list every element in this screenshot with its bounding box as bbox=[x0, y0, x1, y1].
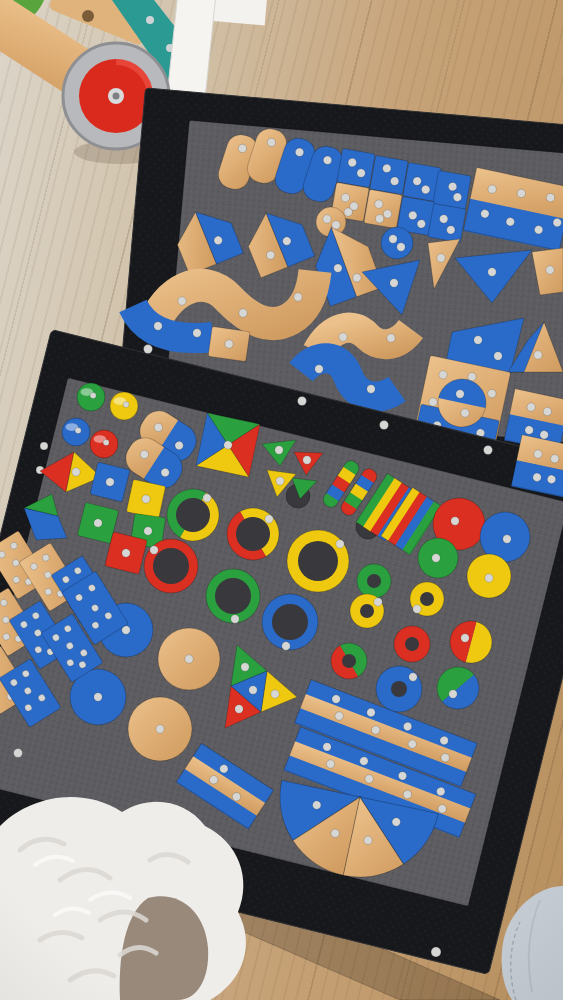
disc-wood-2 bbox=[128, 697, 192, 761]
ball-yellow bbox=[110, 392, 138, 420]
donut-blue bbox=[376, 666, 422, 712]
ball-blue bbox=[62, 418, 90, 446]
ring-red bbox=[144, 539, 198, 593]
photo bbox=[0, 0, 563, 1000]
ring-yellow-big bbox=[287, 530, 349, 592]
cube-wood-2 bbox=[364, 189, 402, 228]
tray-dot-3 bbox=[380, 421, 389, 430]
donut-red bbox=[394, 626, 430, 662]
block-wood-mid bbox=[208, 327, 250, 362]
teal-panel-screw-1 bbox=[146, 16, 154, 24]
walker-frame-hole bbox=[82, 10, 94, 22]
tray-dot-5 bbox=[40, 442, 48, 450]
disc-yellow bbox=[467, 554, 511, 598]
tray-dot-1 bbox=[144, 345, 153, 354]
donut-green bbox=[357, 564, 391, 598]
disc-green-blue bbox=[437, 667, 479, 709]
ring-blue bbox=[262, 594, 318, 650]
donut-yellow-2 bbox=[410, 582, 444, 616]
small-cylinder-blue bbox=[381, 227, 413, 259]
ring-green-yellow bbox=[167, 489, 219, 541]
wheel-axle-center bbox=[113, 93, 120, 100]
tray-dot-2 bbox=[298, 397, 307, 406]
cube-blue-4 bbox=[433, 170, 471, 209]
cube-blue-2 bbox=[370, 155, 408, 194]
fabric-body bbox=[502, 886, 563, 1000]
pinwheel-square bbox=[196, 413, 260, 477]
cube-blue-1 bbox=[337, 148, 375, 187]
tray-dot-9 bbox=[431, 947, 441, 957]
square-blue bbox=[90, 462, 130, 502]
cheese-circle bbox=[438, 379, 486, 427]
ball-green bbox=[77, 383, 105, 411]
donut-yellow-1 bbox=[350, 594, 384, 628]
ring-red-yellow bbox=[227, 508, 279, 560]
tray-dot-7 bbox=[14, 749, 23, 758]
donut-red-green bbox=[331, 643, 367, 679]
scene-svg bbox=[0, 0, 563, 1000]
ball-red bbox=[90, 430, 118, 458]
fabric-corner bbox=[502, 886, 563, 1000]
disc-wood-1 bbox=[158, 628, 220, 690]
square-yellow bbox=[126, 479, 165, 518]
cube-blue-6 bbox=[428, 203, 466, 242]
disc-red-yellow bbox=[450, 621, 492, 663]
tray-dot-4 bbox=[484, 446, 493, 455]
disc-green bbox=[418, 538, 458, 578]
ring-green bbox=[206, 569, 260, 623]
